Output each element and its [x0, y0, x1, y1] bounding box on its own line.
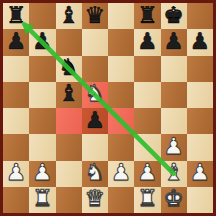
square-d3[interactable] [82, 134, 108, 160]
white-knight[interactable]: ♞ [85, 82, 106, 105]
square-b3[interactable] [29, 134, 55, 160]
black-pawn[interactable]: ♟ [85, 109, 106, 132]
square-d8[interactable]: ♛ [82, 3, 108, 29]
square-f8[interactable]: ♜ [134, 3, 160, 29]
white-rook[interactable]: ♜ [137, 187, 158, 210]
square-f5[interactable] [134, 82, 160, 108]
white-pawn[interactable]: ♟ [163, 135, 184, 158]
white-pawn[interactable]: ♟ [137, 161, 158, 184]
square-f2[interactable]: ♟ [134, 161, 160, 187]
square-g6[interactable] [161, 56, 187, 82]
square-e7[interactable] [108, 29, 134, 55]
black-pawn[interactable]: ♟ [190, 30, 211, 53]
square-h6[interactable] [187, 56, 213, 82]
square-a8[interactable]: ♜ [3, 3, 29, 29]
white-king[interactable]: ♚ [163, 187, 184, 210]
square-g4[interactable] [161, 108, 187, 134]
black-knight[interactable]: ♞ [58, 56, 79, 79]
square-b1[interactable]: ♜ [29, 187, 55, 213]
white-pawn[interactable]: ♟ [6, 161, 27, 184]
square-f4[interactable] [134, 108, 160, 134]
square-e6[interactable] [108, 56, 134, 82]
square-a3[interactable] [3, 134, 29, 160]
square-f1[interactable]: ♜ [134, 187, 160, 213]
black-bishop[interactable]: ♝ [58, 4, 79, 27]
white-rook[interactable]: ♜ [32, 187, 53, 210]
black-pawn[interactable]: ♟ [163, 30, 184, 53]
square-h3[interactable] [187, 134, 213, 160]
square-e8[interactable] [108, 3, 134, 29]
black-pawn[interactable]: ♟ [32, 30, 53, 53]
square-g1[interactable]: ♚ [161, 187, 187, 213]
square-c2[interactable] [56, 161, 82, 187]
square-h8[interactable] [187, 3, 213, 29]
square-f6[interactable] [134, 56, 160, 82]
square-c7[interactable] [56, 29, 82, 55]
square-g5[interactable] [161, 82, 187, 108]
square-g8[interactable]: ♚ [161, 3, 187, 29]
white-pawn[interactable]: ♟ [32, 161, 53, 184]
square-a5[interactable] [3, 82, 29, 108]
square-e4[interactable] [108, 108, 134, 134]
square-b5[interactable] [29, 82, 55, 108]
black-rook[interactable]: ♜ [6, 4, 27, 27]
square-d5[interactable]: ♞ [82, 82, 108, 108]
black-king[interactable]: ♚ [163, 4, 184, 27]
square-d2[interactable]: ♞ [82, 161, 108, 187]
square-a6[interactable] [3, 56, 29, 82]
square-a2[interactable]: ♟ [3, 161, 29, 187]
white-pawn[interactable]: ♟ [111, 161, 132, 184]
black-bishop[interactable]: ♝ [58, 82, 79, 105]
square-a4[interactable] [3, 108, 29, 134]
square-a7[interactable]: ♟ [3, 29, 29, 55]
square-b2[interactable]: ♟ [29, 161, 55, 187]
black-pawn[interactable]: ♟ [6, 30, 27, 53]
square-c6[interactable]: ♞ [56, 56, 82, 82]
black-queen[interactable]: ♛ [85, 4, 106, 27]
square-h2[interactable]: ♟ [187, 161, 213, 187]
square-e2[interactable]: ♟ [108, 161, 134, 187]
square-h5[interactable] [187, 82, 213, 108]
square-d1[interactable]: ♛ [82, 187, 108, 213]
square-a1[interactable] [3, 187, 29, 213]
square-c4[interactable] [56, 108, 82, 134]
white-queen[interactable]: ♛ [85, 187, 106, 210]
square-d6[interactable] [82, 56, 108, 82]
square-g3[interactable]: ♟ [161, 134, 187, 160]
square-h4[interactable] [187, 108, 213, 134]
square-e3[interactable] [108, 134, 134, 160]
square-c1[interactable] [56, 187, 82, 213]
black-pawn[interactable]: ♟ [137, 30, 158, 53]
square-c5[interactable]: ♝ [56, 82, 82, 108]
white-knight[interactable]: ♞ [85, 161, 106, 184]
board-grid: ♜♝♛♜♚♟♟♟♟♟♞♝♞♟♟♟♟♞♟♟♝♟♜♛♜♚ [3, 3, 213, 213]
square-e5[interactable] [108, 82, 134, 108]
square-e1[interactable] [108, 187, 134, 213]
square-h7[interactable]: ♟ [187, 29, 213, 55]
black-rook[interactable]: ♜ [137, 4, 158, 27]
square-b8[interactable] [29, 3, 55, 29]
white-bishop[interactable]: ♝ [163, 161, 184, 184]
square-d4[interactable]: ♟ [82, 108, 108, 134]
square-g2[interactable]: ♝ [161, 161, 187, 187]
chess-board: ♜♝♛♜♚♟♟♟♟♟♞♝♞♟♟♟♟♞♟♟♝♟♜♛♜♚ [0, 0, 216, 216]
square-h1[interactable] [187, 187, 213, 213]
square-c3[interactable] [56, 134, 82, 160]
square-d7[interactable] [82, 29, 108, 55]
square-f3[interactable] [134, 134, 160, 160]
square-c8[interactable]: ♝ [56, 3, 82, 29]
square-f7[interactable]: ♟ [134, 29, 160, 55]
square-b6[interactable] [29, 56, 55, 82]
square-b4[interactable] [29, 108, 55, 134]
square-b7[interactable]: ♟ [29, 29, 55, 55]
white-pawn[interactable]: ♟ [190, 161, 211, 184]
square-g7[interactable]: ♟ [161, 29, 187, 55]
